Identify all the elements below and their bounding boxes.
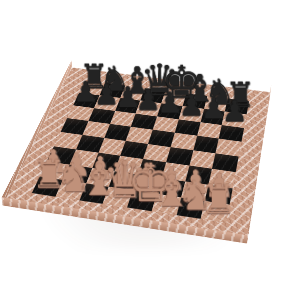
white-knight: ♞ [55, 158, 80, 198]
square-g6 [197, 122, 222, 139]
scene: ♜♞♝♛♚♝♞♜♟♟♟♟♟♟♟♟♟♟♟♟♟♟♟♟♜♞♝♛♚♝♞♜ [0, 0, 300, 300]
black-pawn: ♟ [200, 94, 222, 123]
square-h6 [219, 125, 244, 142]
white-queen: ♛ [103, 155, 128, 205]
square-b6 [88, 108, 115, 124]
board-squares: ♜♞♝♛♚♝♞♜♟♟♟♟♟♟♟♟♟♟♟♟♟♟♟♟♜♞♝♛♚♝♞♜ [32, 80, 249, 222]
chess-board: ♜♞♝♛♚♝♞♜♟♟♟♟♟♟♟♟♟♟♟♟♟♟♟♟♜♞♝♛♚♝♞♜ [3, 68, 271, 244]
square-e5 [148, 130, 175, 147]
white-rook: ♜ [201, 180, 226, 220]
black-pawn: ♟ [179, 91, 201, 120]
black-pawn: ♟ [73, 78, 94, 106]
black-pawn: ♟ [222, 97, 244, 126]
square-h1: ♜ [201, 201, 230, 222]
chess-set-product-photo: ♜♞♝♛♚♝♞♜♟♟♟♟♟♟♟♟♟♟♟♟♟♟♟♟♜♞♝♛♚♝♞♜ [0, 0, 300, 300]
black-pawn: ♟ [94, 80, 116, 108]
black-pawn: ♟ [136, 86, 158, 115]
white-rook: ♜ [32, 155, 56, 194]
black-pawn: ♟ [115, 83, 137, 112]
white-king: ♚ [127, 156, 152, 209]
white-knight: ♞ [176, 175, 201, 216]
square-h7: ♟ [222, 111, 247, 127]
square-a5 [61, 118, 89, 135]
square-f6 [175, 119, 201, 136]
white-bishop: ♝ [151, 168, 176, 212]
square-g5 [193, 136, 219, 154]
white-bishop: ♝ [79, 158, 104, 201]
black-pawn: ♟ [157, 88, 179, 117]
